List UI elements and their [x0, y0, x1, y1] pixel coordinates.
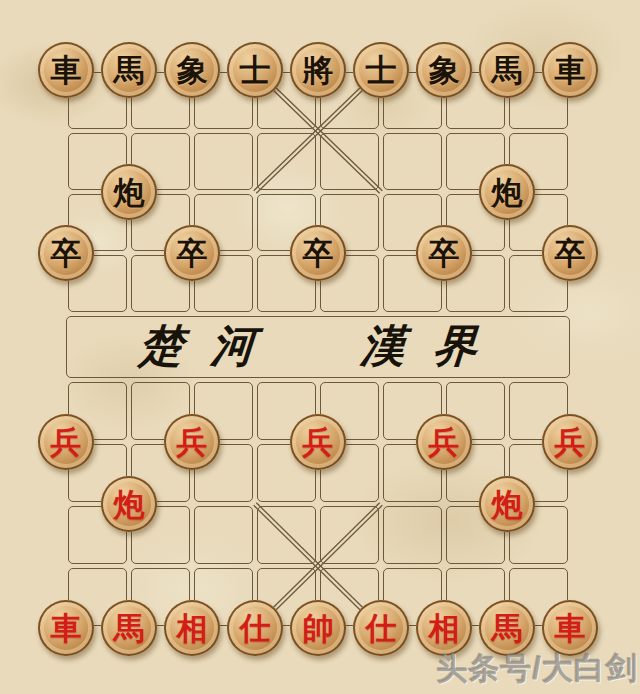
- piece-black-elephant[interactable]: 象: [164, 42, 220, 98]
- piece-black-elephant[interactable]: 象: [416, 42, 472, 98]
- piece-red-general[interactable]: 帥: [290, 600, 346, 656]
- piece-red-soldier[interactable]: 兵: [416, 414, 472, 470]
- piece-black-soldier[interactable]: 卒: [164, 225, 220, 281]
- xiangqi-board-page: 楚河 漢界 車馬象士將士象馬車炮炮卒卒卒卒卒兵兵兵兵兵炮炮車馬相仕帥仕相馬車 头…: [0, 0, 640, 694]
- board-cell: [255, 131, 318, 192]
- piece-black-general[interactable]: 將: [290, 42, 346, 98]
- piece-black-advisor[interactable]: 士: [353, 42, 409, 98]
- board-cell: [255, 504, 318, 566]
- piece-red-soldier[interactable]: 兵: [290, 414, 346, 470]
- piece-black-horse[interactable]: 馬: [101, 42, 157, 98]
- river-band: 楚河 漢界: [66, 316, 570, 378]
- piece-black-cannon[interactable]: 炮: [101, 164, 157, 220]
- piece-black-soldier[interactable]: 卒: [38, 225, 94, 281]
- piece-black-chariot[interactable]: 車: [542, 42, 598, 98]
- piece-black-soldier[interactable]: 卒: [542, 225, 598, 281]
- board-cell: [381, 131, 444, 192]
- piece-red-soldier[interactable]: 兵: [164, 414, 220, 470]
- piece-red-cannon[interactable]: 炮: [101, 476, 157, 532]
- piece-red-horse[interactable]: 馬: [101, 600, 157, 656]
- river-label-han-jie: 漢界: [359, 325, 506, 369]
- piece-black-soldier[interactable]: 卒: [416, 225, 472, 281]
- piece-red-cannon[interactable]: 炮: [479, 476, 535, 532]
- piece-red-soldier[interactable]: 兵: [542, 414, 598, 470]
- river-label-chu-he: 楚河: [137, 325, 284, 369]
- piece-red-elephant[interactable]: 相: [164, 600, 220, 656]
- piece-black-advisor[interactable]: 士: [227, 42, 283, 98]
- board-cell: [381, 504, 444, 566]
- piece-red-advisor[interactable]: 仕: [353, 600, 409, 656]
- piece-black-chariot[interactable]: 車: [38, 42, 94, 98]
- piece-red-advisor[interactable]: 仕: [227, 600, 283, 656]
- piece-black-horse[interactable]: 馬: [479, 42, 535, 98]
- board-cell: [318, 131, 381, 192]
- piece-red-soldier[interactable]: 兵: [38, 414, 94, 470]
- board-cell: [192, 131, 255, 192]
- piece-black-soldier[interactable]: 卒: [290, 225, 346, 281]
- piece-black-cannon[interactable]: 炮: [479, 164, 535, 220]
- watermark-text: 头条号/大白剑: [436, 648, 638, 690]
- piece-red-chariot[interactable]: 車: [38, 600, 94, 656]
- board-cell: [192, 504, 255, 566]
- board-cell: [318, 504, 381, 566]
